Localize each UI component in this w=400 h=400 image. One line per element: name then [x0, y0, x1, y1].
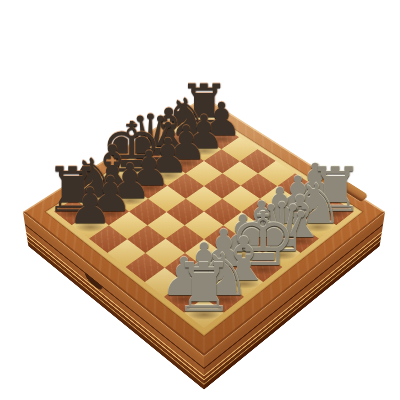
- chess-box: [23, 97, 385, 356]
- product-photo-scene: ♜♞♝♛♚♝♞♜♟♟♟♟♟♟♟♟♟♟♟♟♟♟♟♟♜♞♝♛♚♝♞♜: [0, 0, 400, 400]
- drawer-notch: [85, 272, 103, 293]
